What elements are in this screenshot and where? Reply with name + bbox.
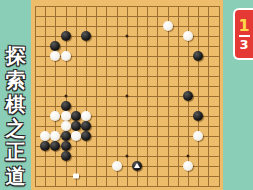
- star-point: [64, 94, 67, 97]
- black-stone: [61, 131, 71, 141]
- vertical-caption: 探 索 棋 之 正 道: [0, 44, 31, 188]
- caption-char: 正: [6, 140, 26, 164]
- episode-badge: 1 3: [233, 8, 253, 60]
- white-stone: [112, 161, 122, 171]
- white-stone: [50, 131, 60, 141]
- black-stone: [71, 111, 81, 121]
- black-stone: [81, 31, 91, 41]
- grid-line: [35, 176, 220, 177]
- caption-char: 棋: [6, 92, 26, 116]
- grid-line: [198, 6, 199, 186]
- black-stone: [132, 161, 142, 171]
- star-point: [125, 94, 128, 97]
- grid-line: [137, 6, 138, 186]
- go-board: [31, 0, 223, 190]
- black-stone: [50, 141, 60, 151]
- black-stone: [193, 111, 203, 121]
- black-stone: [81, 121, 91, 131]
- grid-line: [168, 6, 169, 186]
- star-point: [187, 154, 190, 157]
- white-stone: [163, 21, 173, 31]
- white-stone: [61, 51, 71, 61]
- grid-line: [147, 6, 148, 186]
- white-stone: [40, 131, 50, 141]
- black-stone: [81, 131, 91, 141]
- black-stone: [71, 121, 81, 131]
- grid-line: [35, 186, 220, 187]
- white-stone: [61, 111, 71, 121]
- caption-char: 索: [6, 68, 26, 92]
- white-stone: [193, 131, 203, 141]
- white-stone: [71, 131, 81, 141]
- black-stone: [61, 101, 71, 111]
- white-stone: [50, 111, 60, 121]
- white-stone: [183, 161, 193, 171]
- last-move-triangle-marker: [134, 163, 140, 168]
- white-stone: [183, 31, 193, 41]
- white-square-marker: [73, 173, 79, 178]
- black-stone: [183, 91, 193, 101]
- black-stone: [40, 141, 50, 151]
- caption-char: 之: [6, 116, 26, 140]
- black-stone: [193, 51, 203, 61]
- black-stone: [61, 141, 71, 151]
- badge-numerator: 1: [238, 17, 249, 34]
- black-stone: [61, 31, 71, 41]
- badge-denominator: 3: [239, 38, 248, 52]
- grid-line: [219, 6, 220, 186]
- white-stone: [61, 121, 71, 131]
- video-frame: 探 索 棋 之 正 道 1 3: [0, 0, 253, 190]
- star-point: [125, 34, 128, 37]
- caption-char: 道: [6, 164, 26, 188]
- star-point: [125, 154, 128, 157]
- grid-line: [208, 6, 209, 186]
- black-stone: [61, 151, 71, 161]
- caption-char: 探: [6, 44, 26, 68]
- grid-line: [157, 6, 158, 186]
- white-stone: [50, 51, 60, 61]
- black-stone: [50, 41, 60, 51]
- grid-line: [178, 6, 179, 186]
- white-stone: [81, 111, 91, 121]
